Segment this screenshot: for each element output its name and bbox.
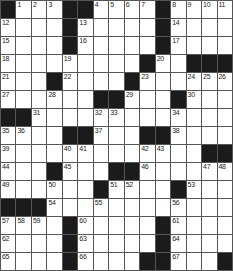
cell-r13c8[interactable] [125,235,139,252]
black-cell-r6c0 [1,109,15,126]
black-cell-r3c12 [187,55,201,72]
cell-r12c12[interactable] [187,217,201,234]
black-cell-r8c13 [202,145,216,162]
cell-r8c9[interactable]: 42 [140,145,154,162]
cell-r4c12[interactable]: 24 [187,73,201,90]
cell-r7c14[interactable] [218,127,232,144]
clue-number-31: 31 [33,109,40,117]
cell-r14c12[interactable] [187,253,201,270]
cell-r3c7[interactable] [109,55,123,72]
clue-number-19: 19 [64,55,71,63]
black-cell-r4c3 [47,73,61,90]
cell-r13c6[interactable] [94,235,108,252]
cell-r7c3[interactable] [47,127,61,144]
clue-number-66: 66 [79,253,86,261]
black-cell-r14c4 [63,253,77,270]
cell-r1c14[interactable] [218,19,232,36]
cell-r3c6[interactable] [94,55,108,72]
cell-r14c8[interactable] [125,253,139,270]
clue-number-55: 55 [95,199,102,207]
cell-r8c6[interactable] [94,145,108,162]
cell-r0c1[interactable]: 1 [16,1,30,18]
cell-r14c3[interactable] [47,253,61,270]
cell-r3c1[interactable] [16,55,30,72]
clue-number-35: 35 [2,127,9,135]
clue-number-64: 64 [172,235,179,243]
black-cell-r3c13 [202,55,216,72]
cell-r12c3[interactable] [47,217,61,234]
cell-r5c2[interactable] [32,91,46,108]
cell-r5c3[interactable]: 28 [47,91,61,108]
cell-r7c12[interactable] [187,127,201,144]
cell-r9c4[interactable]: 45 [63,163,77,180]
cell-r12c5[interactable]: 60 [78,217,92,234]
cell-r10c12[interactable]: 53 [187,181,201,198]
cell-r4c6[interactable] [94,73,108,90]
clue-number-38: 38 [172,127,179,135]
crossword-puzzle: 1234567891011121314151617181920212223242… [0,0,233,271]
cell-r0c3[interactable]: 3 [47,1,61,18]
cell-r10c0[interactable]: 49 [1,181,15,198]
clue-number-9: 9 [188,1,192,9]
cell-r12c14[interactable] [218,217,232,234]
cell-r14c0[interactable]: 65 [1,253,15,270]
cell-r1c8[interactable] [125,19,139,36]
cell-r10c2[interactable] [32,181,46,198]
cell-r9c10[interactable] [156,163,170,180]
black-cell-r2c4 [63,37,77,54]
black-cell-r10c11 [171,181,185,198]
cell-r9c9[interactable]: 46 [140,163,154,180]
cell-r5c5[interactable] [78,91,92,108]
black-cell-r12c10 [156,217,170,234]
cell-r14c2[interactable] [32,253,46,270]
cell-r6c6[interactable]: 32 [94,109,108,126]
clue-number-56: 56 [172,199,179,207]
cell-r11c12[interactable] [187,199,201,216]
cell-r4c7[interactable] [109,73,123,90]
black-cell-r13c4 [63,235,77,252]
clue-number-1: 1 [17,1,21,9]
black-cell-r10c6 [94,181,108,198]
black-cell-r5c7 [109,91,123,108]
cell-r8c8[interactable] [125,145,139,162]
cell-r7c0[interactable]: 35 [1,127,15,144]
cell-r2c8[interactable] [125,37,139,54]
clue-number-44: 44 [2,163,9,171]
cell-r3c10[interactable]: 20 [156,55,170,72]
clue-number-54: 54 [48,199,55,207]
cell-r6c14[interactable] [218,109,232,126]
cell-r11c13[interactable] [202,199,216,216]
black-cell-r11c0 [1,199,15,216]
clue-number-67: 67 [172,253,179,261]
clue-number-23: 23 [141,73,148,81]
black-cell-r3c14 [218,55,232,72]
cell-r11c7[interactable] [109,199,123,216]
cell-r9c1[interactable] [16,163,30,180]
clue-number-27: 27 [2,91,9,99]
cell-r5c10[interactable] [156,91,170,108]
clue-number-57: 57 [2,217,9,225]
clue-number-61: 61 [172,217,179,225]
cell-r1c1[interactable] [16,19,30,36]
cell-r6c12[interactable] [187,109,201,126]
clue-number-45: 45 [64,163,71,171]
cell-r2c1[interactable] [16,37,30,54]
cell-r11c8[interactable] [125,199,139,216]
cell-r5c14[interactable] [218,91,232,108]
black-cell-r7c4 [63,127,77,144]
cell-r7c8[interactable] [125,127,139,144]
cell-r2c3[interactable] [47,37,61,54]
cell-r8c0[interactable]: 39 [1,145,15,162]
clue-number-65: 65 [2,253,9,261]
black-cell-r5c11 [171,91,185,108]
clue-number-43: 43 [157,145,164,153]
black-cell-r14c10 [156,253,170,270]
cell-r11c3[interactable]: 54 [47,199,61,216]
cell-r0c8[interactable]: 6 [125,1,139,18]
cell-r6c4[interactable] [63,109,77,126]
cell-r12c7[interactable] [109,217,123,234]
black-cell-r1c4 [63,19,77,36]
cell-r10c8[interactable]: 52 [125,181,139,198]
cell-r10c10[interactable] [156,181,170,198]
cell-r1c6[interactable] [94,19,108,36]
cell-r10c3[interactable]: 50 [47,181,61,198]
cell-r12c11[interactable]: 61 [171,217,185,234]
cell-r6c8[interactable] [125,109,139,126]
cell-r4c11[interactable] [171,73,185,90]
cell-r1c3[interactable] [47,19,61,36]
black-cell-r9c8 [125,163,139,180]
cell-r13c14[interactable] [218,235,232,252]
cell-r9c5[interactable] [78,163,92,180]
cell-r12c2[interactable]: 59 [32,217,46,234]
clue-number-26: 26 [219,73,226,81]
black-cell-r12c4 [63,217,77,234]
cell-r1c13[interactable] [202,19,216,36]
black-cell-r7c5 [78,127,92,144]
cell-r11c11[interactable]: 56 [171,199,185,216]
cell-r8c1[interactable] [16,145,30,162]
cell-r12c8[interactable] [125,217,139,234]
clue-number-15: 15 [2,37,9,45]
black-cell-r13c10 [156,235,170,252]
cell-r14c1[interactable] [16,253,30,270]
clue-number-63: 63 [79,235,86,243]
clue-number-50: 50 [48,181,55,189]
clue-number-16: 16 [79,37,86,45]
cell-r2c5[interactable]: 16 [78,37,92,54]
black-cell-r11c1 [16,199,30,216]
cell-r1c7[interactable] [109,19,123,36]
cell-r13c9[interactable] [140,235,154,252]
cell-r10c5[interactable] [78,181,92,198]
cell-r11c4[interactable] [63,199,77,216]
cell-r2c13[interactable] [202,37,216,54]
cell-r4c14[interactable]: 26 [218,73,232,90]
cell-r9c14[interactable]: 48 [218,163,232,180]
cell-r4c0[interactable]: 21 [1,73,15,90]
cell-r13c1[interactable] [16,235,30,252]
clue-number-48: 48 [219,163,226,171]
cell-r7c1[interactable]: 36 [16,127,30,144]
cell-r8c4[interactable]: 40 [63,145,77,162]
clue-number-41: 41 [79,145,86,153]
cell-r4c5[interactable] [78,73,92,90]
cell-r0c14[interactable]: 11 [218,1,232,18]
cell-r4c1[interactable] [16,73,30,90]
cell-r2c6[interactable] [94,37,108,54]
black-cell-r0c4 [63,1,77,18]
black-cell-r7c9 [140,127,154,144]
cell-r11c14[interactable] [218,199,232,216]
clue-number-10: 10 [203,1,210,9]
clue-number-21: 21 [2,73,9,81]
cell-r9c6[interactable] [94,163,108,180]
cell-r12c13[interactable] [202,217,216,234]
cell-r14c5[interactable]: 66 [78,253,92,270]
cell-r12c1[interactable]: 58 [16,217,30,234]
clue-number-49: 49 [2,181,9,189]
black-cell-r2c10 [156,37,170,54]
cell-r5c8[interactable]: 29 [125,91,139,108]
black-cell-r7c10 [156,127,170,144]
cell-r13c7[interactable] [109,235,123,252]
cell-r7c2[interactable] [32,127,46,144]
black-cell-r14c9 [140,253,154,270]
crossword-grid: 1234567891011121314151617181920212223242… [0,0,233,271]
cell-r2c2[interactable] [32,37,46,54]
cell-r2c7[interactable] [109,37,123,54]
clue-number-58: 58 [17,217,24,225]
cell-r12c6[interactable] [94,217,108,234]
cell-r13c3[interactable] [47,235,61,252]
clue-number-34: 34 [172,109,179,117]
cell-r12c9[interactable] [140,217,154,234]
cell-r1c12[interactable] [187,19,201,36]
cell-r3c0[interactable]: 18 [1,55,15,72]
cell-r9c11[interactable] [171,163,185,180]
cell-r13c13[interactable] [202,235,216,252]
cell-r12c0[interactable]: 57 [1,217,15,234]
cell-r14c11[interactable]: 67 [171,253,185,270]
cell-r13c2[interactable] [32,235,46,252]
clue-number-3: 3 [48,1,52,9]
cell-r13c5[interactable]: 63 [78,235,92,252]
cell-r8c2[interactable] [32,145,46,162]
clue-number-33: 33 [110,109,117,117]
cell-r13c0[interactable]: 62 [1,235,15,252]
cell-r4c4[interactable]: 22 [63,73,77,90]
clue-number-5: 5 [110,1,114,9]
cell-r11c10[interactable] [156,199,170,216]
black-cell-r0c10 [156,1,170,18]
clue-number-25: 25 [203,73,210,81]
cell-r13c11[interactable]: 64 [171,235,185,252]
clue-number-11: 11 [219,1,226,9]
clue-number-24: 24 [188,73,195,81]
clue-number-51: 51 [110,181,117,189]
clue-number-59: 59 [33,217,40,225]
cell-r3c3[interactable] [47,55,61,72]
cell-r6c5[interactable] [78,109,92,126]
cell-r7c13[interactable] [202,127,216,144]
cell-r1c0[interactable]: 12 [1,19,15,36]
cell-r5c4[interactable] [63,91,77,108]
cell-r6c10[interactable] [156,109,170,126]
cell-r0c6[interactable]: 4 [94,1,108,18]
clue-number-60: 60 [79,217,86,225]
cell-r11c5[interactable] [78,199,92,216]
clue-number-29: 29 [126,91,133,99]
cell-r0c2[interactable]: 2 [32,1,46,18]
clue-number-62: 62 [2,235,9,243]
cell-r13c12[interactable] [187,235,201,252]
cell-r2c0[interactable]: 15 [1,37,15,54]
clue-number-22: 22 [64,73,71,81]
clue-number-52: 52 [126,181,133,189]
cell-r8c7[interactable] [109,145,123,162]
cell-r2c12[interactable] [187,37,201,54]
cell-r8c11[interactable] [171,145,185,162]
cell-r11c9[interactable] [140,199,154,216]
cell-r5c9[interactable] [140,91,154,108]
clue-number-30: 30 [188,91,195,99]
cell-r10c7[interactable]: 51 [109,181,123,198]
black-cell-r0c0 [1,1,15,18]
cell-r14c7[interactable] [109,253,123,270]
clue-number-12: 12 [2,19,9,27]
cell-r6c13[interactable] [202,109,216,126]
cell-r14c13[interactable] [202,253,216,270]
clue-number-14: 14 [172,19,179,27]
cell-r7c6[interactable]: 37 [94,127,108,144]
clue-number-53: 53 [188,181,195,189]
cell-r3c4[interactable]: 19 [63,55,77,72]
clue-number-40: 40 [64,145,71,153]
cell-r1c2[interactable] [32,19,46,36]
cell-r0c7[interactable]: 5 [109,1,123,18]
cell-r6c7[interactable]: 33 [109,109,123,126]
cell-r11c6[interactable]: 55 [94,199,108,216]
cell-r8c10[interactable]: 43 [156,145,170,162]
cell-r8c12[interactable] [187,145,201,162]
cell-r5c0[interactable]: 27 [1,91,15,108]
clue-number-47: 47 [203,163,210,171]
cell-r4c9[interactable]: 23 [140,73,154,90]
cell-r2c14[interactable] [218,37,232,54]
clue-number-37: 37 [95,127,102,135]
cell-r6c3[interactable] [47,109,61,126]
black-cell-r14c14 [218,253,232,270]
cell-r9c0[interactable]: 44 [1,163,15,180]
cell-r4c2[interactable] [32,73,46,90]
black-cell-r9c3 [47,163,61,180]
cell-r0c12[interactable]: 9 [187,1,201,18]
black-cell-r5c6 [94,91,108,108]
cell-r6c2[interactable]: 31 [32,109,46,126]
cell-r10c1[interactable] [16,181,30,198]
cell-r2c9[interactable] [140,37,154,54]
clue-number-17: 17 [172,37,179,45]
clue-number-7: 7 [141,1,145,9]
clue-number-18: 18 [2,55,9,63]
cell-r5c1[interactable] [16,91,30,108]
cell-r6c9[interactable] [140,109,154,126]
cell-r1c5[interactable]: 13 [78,19,92,36]
clue-number-32: 32 [95,109,102,117]
black-cell-r1c10 [156,19,170,36]
cell-r9c13[interactable]: 47 [202,163,216,180]
black-cell-r3c9 [140,55,154,72]
cell-r5c13[interactable] [202,91,216,108]
cell-r10c4[interactable] [63,181,77,198]
clue-number-6: 6 [126,1,130,9]
cell-r0c11[interactable]: 8 [171,1,185,18]
black-cell-r6c1 [16,109,30,126]
clue-number-13: 13 [79,19,86,27]
cell-r0c13[interactable]: 10 [202,1,216,18]
cell-r4c10[interactable] [156,73,170,90]
cell-r4c13[interactable]: 25 [202,73,216,90]
cell-r9c12[interactable] [187,163,201,180]
cell-r9c2[interactable] [32,163,46,180]
cell-r10c9[interactable] [140,181,154,198]
cell-r8c5[interactable]: 41 [78,145,92,162]
clue-number-36: 36 [17,127,24,135]
black-cell-r9c7 [109,163,123,180]
cell-r7c7[interactable] [109,127,123,144]
cell-r0c9[interactable]: 7 [140,1,154,18]
cell-r3c2[interactable] [32,55,46,72]
cell-r3c8[interactable] [125,55,139,72]
cell-r1c11[interactable]: 14 [171,19,185,36]
clue-number-8: 8 [172,1,176,9]
cell-r8c3[interactable] [47,145,61,162]
cell-r1c9[interactable] [140,19,154,36]
cell-r10c14[interactable] [218,181,232,198]
black-cell-r4c8 [125,73,139,90]
cell-r10c13[interactable] [202,181,216,198]
clue-number-28: 28 [48,91,55,99]
cell-r3c11[interactable] [171,55,185,72]
clue-number-4: 4 [95,1,99,9]
black-cell-r11c2 [32,199,46,216]
black-cell-r8c14 [218,145,232,162]
clue-number-2: 2 [33,1,37,9]
cell-r7c11[interactable]: 38 [171,127,185,144]
clue-number-39: 39 [2,145,9,153]
cell-r3c5[interactable] [78,55,92,72]
cell-r6c11[interactable]: 34 [171,109,185,126]
clue-number-46: 46 [141,163,148,171]
clue-number-20: 20 [157,55,164,63]
cell-r2c11[interactable]: 17 [171,37,185,54]
cell-r5c12[interactable]: 30 [187,91,201,108]
black-cell-r0c5 [78,1,92,18]
cell-r14c6[interactable] [94,253,108,270]
clue-number-42: 42 [141,145,148,153]
